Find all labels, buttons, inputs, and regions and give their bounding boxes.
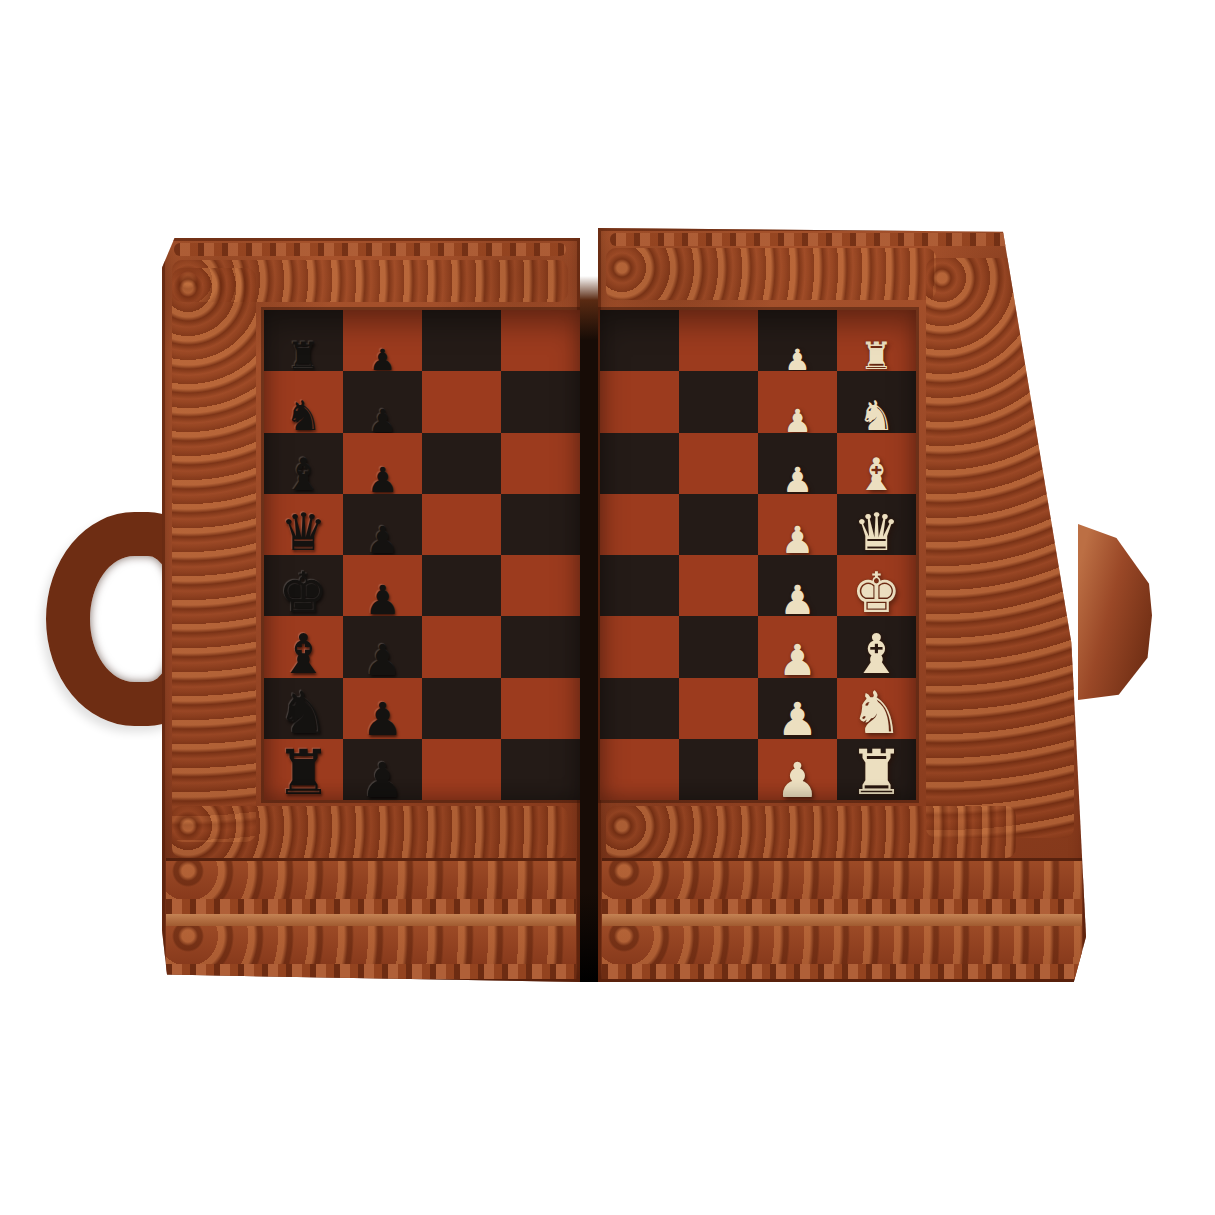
- square-c5r6[interactable]: [600, 616, 679, 677]
- carved-front-panel: [602, 858, 1082, 979]
- square-c3r3[interactable]: [422, 433, 501, 494]
- square-c5r8[interactable]: [600, 739, 679, 800]
- carved-floral-band: [172, 268, 256, 842]
- carved-floral-band: [606, 248, 936, 300]
- square-c4r2[interactable]: [501, 371, 580, 432]
- case-right-half: ♟♜♟♞♟♝♟♛♟♚♟♝♟♞♟♜: [598, 228, 1086, 982]
- square-c7r2[interactable]: ♟: [758, 371, 837, 432]
- chess-case-photo: ♜♟♞♟♝♟♛♟♚♟♝♟♞♟♜♟ ♟♜♟♞♟♝♟♛♟♚♟♝♟♞♟♜: [0, 0, 1215, 1215]
- square-c6r7[interactable]: [679, 678, 758, 739]
- square-c3r7[interactable]: [422, 678, 501, 739]
- white-knight[interactable]: ♞: [850, 684, 902, 743]
- white-pawn[interactable]: ♟: [778, 639, 816, 682]
- square-c4r3[interactable]: [501, 433, 580, 494]
- black-knight[interactable]: ♞: [285, 396, 322, 437]
- white-pawn[interactable]: ♟: [776, 756, 819, 804]
- white-pawn[interactable]: ♟: [777, 697, 818, 743]
- square-c6r6[interactable]: [679, 616, 758, 677]
- case-left-half: ♜♟♞♟♝♟♛♟♚♟♝♟♞♟♜♟: [162, 238, 580, 982]
- square-c1r2[interactable]: ♞: [264, 371, 343, 432]
- square-c2r6[interactable]: ♟: [343, 616, 422, 677]
- white-knight[interactable]: ♞: [858, 396, 895, 437]
- square-c8r4[interactable]: ♛: [837, 494, 916, 555]
- square-c8r3[interactable]: ♝: [837, 433, 916, 494]
- scrollwork-band: [602, 861, 1082, 899]
- white-bishop[interactable]: ♝: [852, 627, 901, 682]
- white-pawn[interactable]: ♟: [779, 580, 815, 620]
- square-c4r1[interactable]: [501, 310, 580, 371]
- square-c7r3[interactable]: ♟: [758, 433, 837, 494]
- black-pawn[interactable]: ♟: [361, 756, 404, 804]
- square-c7r1[interactable]: ♟: [758, 310, 837, 371]
- square-c4r7[interactable]: [501, 678, 580, 739]
- square-c1r1[interactable]: ♜: [264, 310, 343, 371]
- black-pawn[interactable]: ♟: [363, 639, 401, 682]
- black-queen[interactable]: ♛: [280, 507, 326, 559]
- dentil-band: [166, 899, 576, 914]
- square-c5r2[interactable]: [600, 371, 679, 432]
- square-c3r4[interactable]: [422, 494, 501, 555]
- square-c6r4[interactable]: [679, 494, 758, 555]
- square-c2r7[interactable]: ♟: [343, 678, 422, 739]
- black-knight[interactable]: ♞: [277, 684, 329, 743]
- square-c5r4[interactable]: [600, 494, 679, 555]
- square-c8r5[interactable]: ♚: [837, 555, 916, 616]
- square-c6r5[interactable]: [679, 555, 758, 616]
- square-c3r5[interactable]: [422, 555, 501, 616]
- scrollwork-band: [602, 926, 1082, 964]
- white-king[interactable]: ♚: [852, 565, 902, 621]
- black-pawn[interactable]: ♟: [366, 522, 400, 559]
- square-c2r1[interactable]: ♟: [343, 310, 422, 371]
- square-c1r5[interactable]: ♚: [264, 555, 343, 616]
- square-c8r1[interactable]: ♜: [837, 310, 916, 371]
- square-c4r4[interactable]: [501, 494, 580, 555]
- square-c5r3[interactable]: [600, 433, 679, 494]
- square-c2r4[interactable]: ♟: [343, 494, 422, 555]
- dentil-rim: [610, 233, 1072, 246]
- square-c2r2[interactable]: ♟: [343, 371, 422, 432]
- square-c1r8[interactable]: ♜: [264, 739, 343, 800]
- square-c2r8[interactable]: ♟: [343, 739, 422, 800]
- square-c1r4[interactable]: ♛: [264, 494, 343, 555]
- square-c7r5[interactable]: ♟: [758, 555, 837, 616]
- square-c4r5[interactable]: [501, 555, 580, 616]
- scrollwork-band: [166, 926, 576, 964]
- scrollwork-band: [166, 861, 576, 899]
- square-c5r5[interactable]: [600, 555, 679, 616]
- dentil-band: [166, 964, 576, 979]
- board-left-half: ♜♟♞♟♝♟♛♟♚♟♝♟♞♟♜♟: [264, 310, 580, 800]
- dentil-band: [602, 899, 1082, 914]
- square-c2r3[interactable]: ♟: [343, 433, 422, 494]
- square-c8r2[interactable]: ♞: [837, 371, 916, 432]
- black-bishop[interactable]: ♝: [279, 627, 328, 682]
- square-c1r7[interactable]: ♞: [264, 678, 343, 739]
- smooth-rail: [166, 914, 576, 926]
- black-pawn[interactable]: ♟: [364, 580, 400, 620]
- square-c2r5[interactable]: ♟: [343, 555, 422, 616]
- square-c7r8[interactable]: ♟: [758, 739, 837, 800]
- square-c8r6[interactable]: ♝: [837, 616, 916, 677]
- square-c7r4[interactable]: ♟: [758, 494, 837, 555]
- square-c1r3[interactable]: ♝: [264, 433, 343, 494]
- square-c8r7[interactable]: ♞: [837, 678, 916, 739]
- carved-front-panel: [166, 858, 576, 979]
- black-pawn[interactable]: ♟: [367, 463, 398, 498]
- square-c4r6[interactable]: [501, 616, 580, 677]
- carved-floral-band: [926, 258, 1074, 838]
- white-rook[interactable]: ♜: [849, 742, 905, 804]
- white-queen[interactable]: ♛: [853, 507, 899, 559]
- black-pawn[interactable]: ♟: [362, 697, 403, 743]
- square-c5r1[interactable]: [600, 310, 679, 371]
- carved-floral-band: [172, 806, 568, 858]
- white-bishop[interactable]: ♝: [857, 453, 897, 498]
- square-c1r6[interactable]: ♝: [264, 616, 343, 677]
- white-rook[interactable]: ♜: [860, 338, 894, 376]
- black-bishop[interactable]: ♝: [284, 453, 324, 498]
- dentil-rim: [174, 243, 566, 256]
- square-c3r6[interactable]: [422, 616, 501, 677]
- clasp-tab-handle: [1078, 524, 1152, 700]
- square-c5r7[interactable]: [600, 678, 679, 739]
- board-right-half: ♟♜♟♞♟♝♟♛♟♚♟♝♟♞♟♜: [600, 310, 916, 800]
- black-rook[interactable]: ♜: [276, 742, 332, 804]
- white-pawn[interactable]: ♟: [781, 522, 815, 559]
- smooth-rail: [602, 914, 1082, 926]
- white-pawn[interactable]: ♟: [782, 463, 813, 498]
- square-c6r2[interactable]: [679, 371, 758, 432]
- black-king[interactable]: ♚: [279, 565, 329, 621]
- square-c7r7[interactable]: ♟: [758, 678, 837, 739]
- square-c8r8[interactable]: ♜: [837, 739, 916, 800]
- square-c7r6[interactable]: ♟: [758, 616, 837, 677]
- square-c6r3[interactable]: [679, 433, 758, 494]
- square-c3r2[interactable]: [422, 371, 501, 432]
- square-c6r8[interactable]: [679, 739, 758, 800]
- carved-floral-band: [606, 806, 1016, 858]
- square-c4r8[interactable]: [501, 739, 580, 800]
- hinge-gap: [580, 230, 598, 982]
- black-rook[interactable]: ♜: [287, 338, 321, 376]
- square-c6r1[interactable]: [679, 310, 758, 371]
- square-c3r8[interactable]: [422, 739, 501, 800]
- dentil-band: [602, 964, 1082, 979]
- square-c3r1[interactable]: [422, 310, 501, 371]
